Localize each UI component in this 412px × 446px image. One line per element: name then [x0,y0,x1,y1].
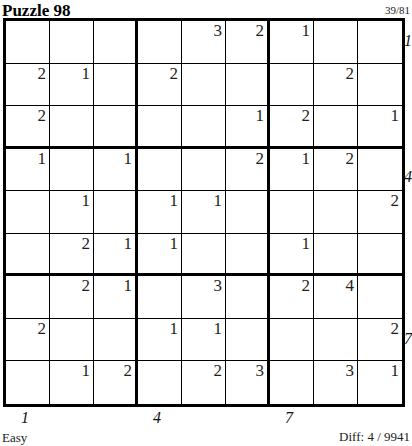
cell-r7c8-clue[interactable]: 4 [314,276,358,319]
cell-r9c5-clue[interactable]: 2 [182,361,226,404]
difficulty-score-text: Diff: 4 / 9941 [339,429,410,445]
cell-r5c9-clue[interactable]: 2 [358,191,402,234]
row-label-4: 4 [404,168,412,186]
cell-r2c2-clue[interactable]: 1 [50,64,94,107]
cell-r2c3[interactable] [94,64,138,107]
cell-r2c6[interactable] [226,64,270,107]
cell-r5c8[interactable] [314,191,358,234]
cell-r2c4-clue[interactable]: 2 [138,64,182,107]
cell-r9c6-clue[interactable]: 3 [226,361,270,404]
cell-r8c7[interactable] [270,319,314,362]
cell-r7c4[interactable] [138,276,182,319]
cell-r8c4-clue[interactable]: 1 [138,319,182,362]
cell-r8c8[interactable] [314,319,358,362]
cell-r4c4[interactable] [138,149,182,192]
cell-r1c7-clue[interactable]: 1 [270,21,314,64]
cell-r7c9[interactable] [358,276,402,319]
cell-r6c5[interactable] [182,234,226,277]
cell-r6c9[interactable] [358,234,402,277]
cell-r6c3-clue[interactable]: 1 [94,234,138,277]
cell-r5c3[interactable] [94,191,138,234]
clue-counter: 39/81 [385,4,410,16]
cell-r5c7[interactable] [270,191,314,234]
cell-r5c5-clue[interactable]: 1 [182,191,226,234]
cell-r4c5[interactable] [182,149,226,192]
col-label-1: 1 [19,409,31,427]
cell-r6c2-clue[interactable]: 2 [50,234,94,277]
row-label-1: 1 [404,32,412,50]
cell-r2c1-clue[interactable]: 2 [6,64,50,107]
cell-r3c4[interactable] [138,106,182,149]
row-label-7: 7 [404,330,412,348]
cell-r1c9[interactable] [358,21,402,64]
cell-r9c4[interactable] [138,361,182,404]
cell-r4c6-clue[interactable]: 2 [226,149,270,192]
cell-r1c5-clue[interactable]: 3 [182,21,226,64]
cell-r7c7-clue[interactable]: 2 [270,276,314,319]
cell-r4c7-clue[interactable]: 1 [270,149,314,192]
cell-r5c6[interactable] [226,191,270,234]
cell-r7c1[interactable] [6,276,50,319]
cell-r9c3-clue[interactable]: 2 [94,361,138,404]
cell-r3c2[interactable] [50,106,94,149]
cell-r6c4-clue[interactable]: 1 [138,234,182,277]
cell-r3c1-clue[interactable]: 2 [6,106,50,149]
cell-r6c7-clue[interactable]: 1 [270,234,314,277]
cell-r3c5[interactable] [182,106,226,149]
cell-r7c3-clue[interactable]: 1 [94,276,138,319]
cell-r1c8[interactable] [314,21,358,64]
cell-r8c1-clue[interactable]: 2 [6,319,50,362]
cell-r4c8-clue[interactable]: 2 [314,149,358,192]
cell-r6c1[interactable] [6,234,50,277]
cell-r6c6[interactable] [226,234,270,277]
cell-r1c1[interactable] [6,21,50,64]
cell-r9c1[interactable] [6,361,50,404]
col-label-4: 4 [151,409,163,427]
cell-r8c5-clue[interactable]: 1 [182,319,226,362]
cell-r5c1[interactable] [6,191,50,234]
cell-r9c9-clue[interactable]: 1 [358,361,402,404]
cell-r9c8-clue[interactable]: 3 [314,361,358,404]
cell-r3c9-clue[interactable]: 1 [358,106,402,149]
cell-r3c7-clue[interactable]: 2 [270,106,314,149]
cell-r8c3[interactable] [94,319,138,362]
cell-r5c2-clue[interactable]: 1 [50,191,94,234]
cell-r3c8[interactable] [314,106,358,149]
cell-r8c2[interactable] [50,319,94,362]
cell-r1c3[interactable] [94,21,138,64]
board-grid: 321212221211121211122111213242112122331 [3,18,405,407]
cell-r3c3[interactable] [94,106,138,149]
cell-r8c9-clue[interactable]: 2 [358,319,402,362]
cell-r9c7[interactable] [270,361,314,404]
cell-r1c2[interactable] [50,21,94,64]
cell-r4c9[interactable] [358,149,402,192]
col-label-7: 7 [283,409,295,427]
cell-r5c4-clue[interactable]: 1 [138,191,182,234]
cell-r7c5-clue[interactable]: 3 [182,276,226,319]
cell-r2c9[interactable] [358,64,402,107]
cell-r4c3-clue[interactable]: 1 [94,149,138,192]
difficulty-level-text: Easy [2,430,27,446]
cell-r7c6[interactable] [226,276,270,319]
cell-r9c2-clue[interactable]: 1 [50,361,94,404]
cell-r2c8-clue[interactable]: 2 [314,64,358,107]
cell-r8c6[interactable] [226,319,270,362]
cell-r1c6-clue[interactable]: 2 [226,21,270,64]
puzzle-sheet: Puzzle 98 39/81 321212221211121211122111… [0,0,412,446]
cell-r3c6-clue[interactable]: 1 [226,106,270,149]
cell-r2c7[interactable] [270,64,314,107]
cell-r1c4[interactable] [138,21,182,64]
cell-r2c5[interactable] [182,64,226,107]
cell-r6c8[interactable] [314,234,358,277]
cell-r4c2[interactable] [50,149,94,192]
cell-r7c2-clue[interactable]: 2 [50,276,94,319]
cell-r4c1-clue[interactable]: 1 [6,149,50,192]
